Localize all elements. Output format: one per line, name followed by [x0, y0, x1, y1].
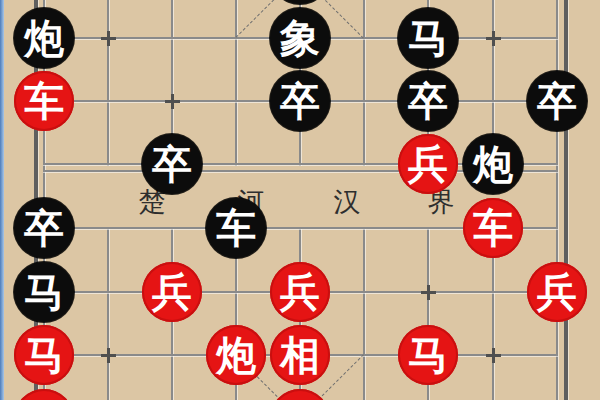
- grid-file-line: [363, 228, 365, 400]
- window-left-edge: [0, 0, 4, 400]
- piece-red-horse[interactable]: 马: [398, 325, 458, 385]
- piece-red-soldier[interactable]: 兵: [398, 134, 458, 194]
- piece-black-soldier[interactable]: 卒: [142, 134, 202, 194]
- point-marker-icon: [101, 348, 116, 363]
- piece-black-horse[interactable]: 马: [398, 8, 458, 68]
- piece-black-soldier[interactable]: 卒: [398, 71, 458, 131]
- point-marker-icon: [101, 31, 116, 46]
- board-right-border: [564, 0, 568, 400]
- grid-file-line: [107, 0, 109, 166]
- piece-red-piece-partial[interactable]: [14, 389, 74, 400]
- xiangqi-board[interactable]: 楚河汉界炮象马车卒卒卒卒兵炮卒车车马兵兵兵马炮相马: [0, 0, 600, 400]
- piece-black-cannon[interactable]: 炮: [463, 134, 523, 194]
- piece-red-soldier[interactable]: 兵: [142, 262, 202, 322]
- point-marker-icon: [421, 285, 436, 300]
- piece-red-chariot[interactable]: 车: [14, 71, 74, 131]
- point-marker-icon: [486, 31, 501, 46]
- piece-red-chariot[interactable]: 车: [463, 198, 523, 258]
- piece-black-soldier[interactable]: 卒: [527, 71, 587, 131]
- piece-red-soldier[interactable]: 兵: [270, 262, 330, 322]
- piece-black-cannon[interactable]: 炮: [14, 8, 74, 68]
- grid-file-line: [556, 0, 558, 400]
- piece-red-cannon[interactable]: 炮: [206, 325, 266, 385]
- piece-red-soldier[interactable]: 兵: [527, 262, 587, 322]
- piece-black-soldier[interactable]: 卒: [14, 198, 74, 258]
- grid-file-line: [107, 228, 109, 400]
- piece-black-horse[interactable]: 马: [14, 262, 74, 322]
- point-marker-icon: [486, 348, 501, 363]
- piece-black-elephant[interactable]: 象: [270, 8, 330, 68]
- grid-file-line: [363, 0, 365, 166]
- grid-file-line: [235, 0, 237, 166]
- point-marker-icon: [165, 94, 180, 109]
- piece-red-horse[interactable]: 马: [14, 325, 74, 385]
- piece-black-soldier[interactable]: 卒: [270, 71, 330, 131]
- piece-black-chariot[interactable]: 车: [206, 198, 266, 258]
- piece-red-elephant[interactable]: 相: [270, 325, 330, 385]
- river-label: 汉: [330, 187, 364, 217]
- piece-black-piece-partial[interactable]: [270, 0, 330, 4]
